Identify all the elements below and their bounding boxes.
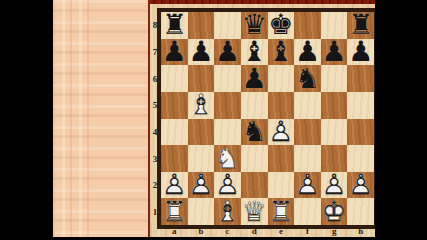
square-h1[interactable] (347, 198, 374, 225)
file-label-c: c (214, 225, 241, 236)
square-g1[interactable]: ♚♔ (321, 198, 348, 225)
white-piece-r: ♜♖ (161, 198, 188, 225)
frame-ornament-strip (150, 0, 383, 4)
black-piece-b: ♝ (268, 39, 295, 66)
white-piece-p: ♟♙ (188, 172, 215, 199)
square-b7[interactable]: ♟ (188, 39, 215, 66)
square-c4[interactable] (214, 119, 241, 146)
rank-label-4: 4 (151, 119, 159, 146)
square-a2[interactable]: ♟♙ (161, 172, 188, 199)
square-h5[interactable] (347, 92, 374, 119)
black-piece-n: ♞ (241, 119, 268, 146)
letterbox-bar-right (375, 0, 427, 240)
square-c3[interactable]: ♞♘ (214, 145, 241, 172)
black-piece-r: ♜ (161, 12, 188, 39)
black-piece-p: ♟ (188, 39, 215, 66)
file-label-h: h (348, 225, 375, 236)
square-d5[interactable] (241, 92, 268, 119)
board-frame: ♜♛♚♜♟♟♟♝♝♟♟♟♟♞♝♗♞♟♙♞♘♟♙♟♙♟♙♟♙♟♙♟♙♜♖♝♗♛♕♜… (148, 0, 385, 237)
black-piece-k: ♚ (268, 12, 295, 39)
white-piece-r: ♜♖ (268, 198, 295, 225)
rank-label-6: 6 (151, 65, 159, 92)
black-piece-p: ♟ (241, 65, 268, 92)
white-piece-p: ♟♙ (294, 172, 321, 199)
rank-label-8: 8 (151, 12, 159, 39)
square-e8[interactable]: ♚ (268, 12, 295, 39)
black-piece-n: ♞ (294, 65, 321, 92)
square-d1[interactable]: ♛♕ (241, 198, 268, 225)
white-piece-b: ♝♗ (188, 92, 215, 119)
file-label-f: f (294, 225, 321, 236)
white-piece-p: ♟♙ (268, 119, 295, 146)
black-piece-p: ♟ (214, 39, 241, 66)
video-frame: ♜♛♚♜♟♟♟♝♝♟♟♟♟♞♝♗♞♟♙♞♘♟♙♟♙♟♙♟♙♟♙♟♙♜♖♝♗♛♕♜… (0, 0, 427, 240)
square-a3[interactable] (161, 145, 188, 172)
rank-label-7: 7 (151, 39, 159, 66)
black-piece-p: ♟ (161, 39, 188, 66)
square-b6[interactable] (188, 65, 215, 92)
square-f5[interactable] (294, 92, 321, 119)
file-label-e: e (268, 225, 295, 236)
square-b1[interactable] (188, 198, 215, 225)
file-label-b: b (188, 225, 215, 236)
square-e4[interactable]: ♟♙ (268, 119, 295, 146)
black-piece-p: ♟ (294, 39, 321, 66)
square-e5[interactable] (268, 92, 295, 119)
file-label-d: d (241, 225, 268, 236)
square-c5[interactable] (214, 92, 241, 119)
square-a7[interactable]: ♟ (161, 39, 188, 66)
file-label-a: a (161, 225, 188, 236)
square-c6[interactable] (214, 65, 241, 92)
white-piece-p: ♟♙ (321, 172, 348, 199)
square-g3[interactable] (321, 145, 348, 172)
rank-label-2: 2 (151, 172, 159, 199)
white-piece-n: ♞♘ (214, 145, 241, 172)
square-f1[interactable] (294, 198, 321, 225)
letterbox-bar-left (0, 0, 53, 240)
square-f8[interactable] (294, 12, 321, 39)
square-b3[interactable] (188, 145, 215, 172)
square-d7[interactable]: ♝ (241, 39, 268, 66)
square-e3[interactable] (268, 145, 295, 172)
rank-label-5: 5 (151, 92, 159, 119)
square-d8[interactable]: ♛ (241, 12, 268, 39)
square-a5[interactable] (161, 92, 188, 119)
black-piece-q: ♛ (241, 12, 268, 39)
square-h6[interactable] (347, 65, 374, 92)
wood-grain-left (53, 0, 95, 237)
square-c8[interactable] (214, 12, 241, 39)
square-g8[interactable] (321, 12, 348, 39)
rank-label-3: 3 (151, 145, 159, 172)
square-e6[interactable] (268, 65, 295, 92)
square-a1[interactable]: ♜♖ (161, 198, 188, 225)
black-piece-p: ♟ (347, 39, 374, 66)
square-f4[interactable] (294, 119, 321, 146)
white-piece-p: ♟♙ (214, 172, 241, 199)
black-piece-b: ♝ (241, 39, 268, 66)
square-b4[interactable] (188, 119, 215, 146)
square-f7[interactable]: ♟ (294, 39, 321, 66)
square-c7[interactable]: ♟ (214, 39, 241, 66)
square-g2[interactable]: ♟♙ (321, 172, 348, 199)
black-piece-r: ♜ (347, 12, 374, 39)
rank-label-1: 1 (151, 199, 159, 226)
black-piece-p: ♟ (321, 39, 348, 66)
white-piece-q: ♛♕ (241, 198, 268, 225)
square-d3[interactable] (241, 145, 268, 172)
square-h2[interactable]: ♟♙ (347, 172, 374, 199)
square-e2[interactable] (268, 172, 295, 199)
square-h7[interactable]: ♟ (347, 39, 374, 66)
square-f3[interactable] (294, 145, 321, 172)
square-g6[interactable] (321, 65, 348, 92)
square-c1[interactable]: ♝♗ (214, 198, 241, 225)
square-d6[interactable]: ♟ (241, 65, 268, 92)
square-e7[interactable]: ♝ (268, 39, 295, 66)
square-g7[interactable]: ♟ (321, 39, 348, 66)
square-h4[interactable] (347, 119, 374, 146)
square-b2[interactable]: ♟♙ (188, 172, 215, 199)
square-e1[interactable]: ♜♖ (268, 198, 295, 225)
square-a8[interactable]: ♜ (161, 12, 188, 39)
square-b5[interactable]: ♝♗ (188, 92, 215, 119)
board-squares: ♜♛♚♜♟♟♟♝♝♟♟♟♟♞♝♗♞♟♙♞♘♟♙♟♙♟♙♟♙♟♙♟♙♜♖♝♗♛♕♜… (161, 12, 374, 225)
white-piece-b: ♝♗ (214, 198, 241, 225)
square-h3[interactable] (347, 145, 374, 172)
square-d2[interactable] (241, 172, 268, 199)
square-a6[interactable] (161, 65, 188, 92)
white-piece-p: ♟♙ (161, 172, 188, 199)
square-b8[interactable] (188, 12, 215, 39)
square-a4[interactable] (161, 119, 188, 146)
square-h8[interactable]: ♜ (347, 12, 374, 39)
square-g5[interactable] (321, 92, 348, 119)
square-f6[interactable]: ♞ (294, 65, 321, 92)
file-label-g: g (321, 225, 348, 236)
square-d4[interactable]: ♞ (241, 119, 268, 146)
square-g4[interactable] (321, 119, 348, 146)
wood-background: ♜♛♚♜♟♟♟♝♝♟♟♟♟♞♝♗♞♟♙♞♘♟♙♟♙♟♙♟♙♟♙♟♙♜♖♝♗♛♕♜… (53, 0, 375, 237)
square-c2[interactable]: ♟♙ (214, 172, 241, 199)
white-piece-k: ♚♔ (321, 198, 348, 225)
white-piece-p: ♟♙ (347, 172, 374, 199)
square-f2[interactable]: ♟♙ (294, 172, 321, 199)
